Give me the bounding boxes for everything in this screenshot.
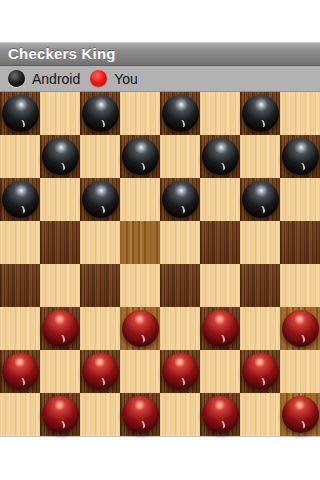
- board-square: [160, 307, 200, 350]
- app-screen: Checkers King Android You ⛂⛂⛂⛂⛂⛂⛂⛂⛂⛂⛂⛂⛀⛀…: [0, 0, 320, 480]
- board-square: [40, 350, 80, 393]
- board-square: [280, 178, 320, 221]
- board-square: [160, 221, 200, 264]
- legend-bar: Android You: [0, 66, 320, 92]
- board-square: [200, 92, 240, 135]
- board-square: [280, 92, 320, 135]
- checker-piece-red[interactable]: ⛀: [282, 310, 319, 347]
- checker-piece-black[interactable]: ⛂: [2, 95, 39, 132]
- board-square: [0, 393, 40, 436]
- checker-piece-red[interactable]: ⛀: [202, 396, 239, 433]
- board-square: [240, 393, 280, 436]
- player-label-android: Android: [32, 71, 80, 87]
- checker-piece-red[interactable]: ⛀: [82, 353, 119, 390]
- board-square: [240, 135, 280, 178]
- board-square: [80, 393, 120, 436]
- board-square[interactable]: ⛂: [160, 178, 200, 221]
- board-square: [280, 264, 320, 307]
- board-square[interactable]: [80, 264, 120, 307]
- checker-piece-black[interactable]: ⛂: [82, 181, 119, 218]
- board-square: [200, 350, 240, 393]
- checker-piece-red[interactable]: ⛀: [242, 353, 279, 390]
- checker-piece-red[interactable]: ⛀: [282, 396, 319, 433]
- board-square[interactable]: ⛂: [240, 178, 280, 221]
- board-square: [240, 221, 280, 264]
- red-checker-icon: [90, 70, 107, 87]
- board-square: [240, 307, 280, 350]
- board-square[interactable]: ⛂: [120, 135, 160, 178]
- checker-piece-black[interactable]: ⛂: [42, 138, 79, 175]
- board-square[interactable]: [120, 221, 160, 264]
- board-square: [120, 92, 160, 135]
- board-square[interactable]: ⛂: [0, 92, 40, 135]
- board-square[interactable]: [0, 264, 40, 307]
- board-square: [160, 393, 200, 436]
- status-area-blank: [0, 0, 320, 42]
- board-square[interactable]: [200, 221, 240, 264]
- player-label-you: You: [114, 71, 138, 87]
- board-square: [280, 350, 320, 393]
- board-square: [40, 178, 80, 221]
- app-title: Checkers King: [8, 45, 116, 62]
- checker-piece-black[interactable]: ⛂: [282, 138, 319, 175]
- board-square[interactable]: ⛂: [80, 92, 120, 135]
- board-square[interactable]: ⛀: [40, 307, 80, 350]
- board-square: [120, 178, 160, 221]
- checker-piece-black[interactable]: ⛂: [162, 181, 199, 218]
- checker-piece-red[interactable]: ⛀: [122, 310, 159, 347]
- board-square[interactable]: ⛂: [200, 135, 240, 178]
- board-square: [0, 221, 40, 264]
- board-square: [160, 135, 200, 178]
- board-square: [200, 178, 240, 221]
- board-square: [80, 307, 120, 350]
- board-square[interactable]: ⛀: [80, 350, 120, 393]
- checkers-board: ⛂⛂⛂⛂⛂⛂⛂⛂⛂⛂⛂⛂⛀⛀⛀⛀⛀⛀⛀⛀⛀⛀⛀⛀: [0, 92, 320, 436]
- board-square: [0, 307, 40, 350]
- board-square[interactable]: ⛂: [0, 178, 40, 221]
- board-square: [40, 264, 80, 307]
- checker-piece-black[interactable]: ⛂: [82, 95, 119, 132]
- board-square[interactable]: ⛀: [280, 307, 320, 350]
- checker-piece-black[interactable]: ⛂: [162, 95, 199, 132]
- board-square: [200, 264, 240, 307]
- board-square: [80, 221, 120, 264]
- checker-piece-red[interactable]: ⛀: [42, 396, 79, 433]
- checker-piece-red[interactable]: ⛀: [42, 310, 79, 347]
- board-square[interactable]: ⛂: [80, 178, 120, 221]
- checker-piece-red[interactable]: ⛀: [202, 310, 239, 347]
- board-square[interactable]: [280, 221, 320, 264]
- board-square[interactable]: ⛀: [160, 350, 200, 393]
- board-square: [0, 135, 40, 178]
- board-square[interactable]: ⛀: [120, 393, 160, 436]
- board-square[interactable]: ⛂: [160, 92, 200, 135]
- board-square[interactable]: [160, 264, 200, 307]
- board-square[interactable]: [40, 221, 80, 264]
- board-square[interactable]: ⛂: [40, 135, 80, 178]
- board-square[interactable]: ⛀: [200, 393, 240, 436]
- checker-piece-black[interactable]: ⛂: [202, 138, 239, 175]
- checker-piece-red[interactable]: ⛀: [122, 396, 159, 433]
- checker-piece-black[interactable]: ⛂: [2, 181, 39, 218]
- title-bar: Checkers King: [0, 42, 320, 66]
- board-square: [120, 350, 160, 393]
- board-square[interactable]: ⛂: [280, 135, 320, 178]
- board-square[interactable]: [240, 264, 280, 307]
- board-square[interactable]: ⛀: [280, 393, 320, 436]
- board-square: [120, 264, 160, 307]
- checker-piece-red[interactable]: ⛀: [162, 353, 199, 390]
- board-square[interactable]: ⛀: [120, 307, 160, 350]
- board-square[interactable]: ⛀: [240, 350, 280, 393]
- board-square[interactable]: ⛀: [40, 393, 80, 436]
- checker-piece-black[interactable]: ⛂: [242, 95, 279, 132]
- board-square: [40, 92, 80, 135]
- checker-piece-black[interactable]: ⛂: [242, 181, 279, 218]
- board-square[interactable]: ⛀: [0, 350, 40, 393]
- board-square[interactable]: ⛂: [240, 92, 280, 135]
- footer-blank: [0, 436, 320, 480]
- checker-piece-black[interactable]: ⛂: [122, 138, 159, 175]
- board-square: [80, 135, 120, 178]
- board-square[interactable]: ⛀: [200, 307, 240, 350]
- black-checker-icon: [8, 70, 25, 87]
- checker-piece-red[interactable]: ⛀: [2, 353, 39, 390]
